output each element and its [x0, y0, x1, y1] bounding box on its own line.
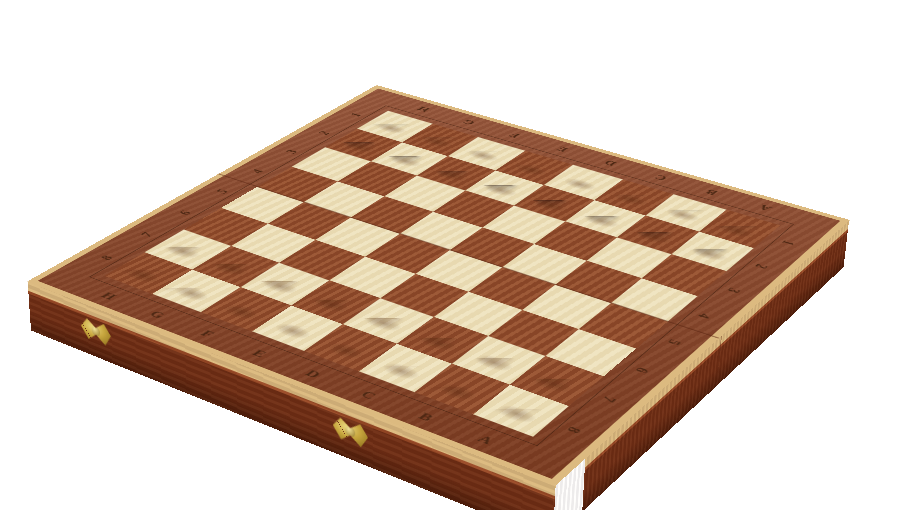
piece-shadow: [306, 293, 356, 316]
black-bishop-icon: ♝: [598, 134, 658, 201]
rank-label-right-8: 8: [557, 419, 593, 442]
piece-shadow: [167, 282, 216, 304]
rank-label-left-5: 5: [206, 184, 237, 199]
black-bishop-icon: ♝: [451, 93, 508, 157]
piece-shadow: [159, 242, 207, 263]
rank-label-left-4: 4: [242, 164, 273, 178]
rank-label-right-6: 6: [626, 360, 660, 381]
piece-shadow: [489, 400, 544, 427]
rank-label-right-7: 7: [592, 389, 627, 411]
square-h5[interactable]: [221, 187, 303, 224]
black-knight-icon: ♞: [651, 150, 710, 216]
rank-label-right-3: 3: [719, 282, 750, 300]
file-label-near-h: H: [79, 283, 139, 309]
file-label-near-g: G: [126, 302, 188, 328]
piece-shadow: [431, 379, 485, 405]
rank-label-left-2: 2: [310, 126, 339, 139]
black-rook-icon: ♜: [363, 73, 414, 130]
rank-label-right-4: 4: [689, 307, 721, 326]
piece-shadow: [374, 358, 427, 383]
square-a1[interactable]: ♜: [699, 210, 780, 248]
black-knight-icon: ♞: [406, 82, 461, 143]
board-surface: ♜♞♝♛♚♝♞♜♟♟♟♟♟♟♟♟♟♟♟♟♟♟♟♟♜♞♝♛♚♝♞♜ HHGGFFE…: [27, 85, 850, 486]
square-c7[interactable]: ♟: [397, 317, 488, 364]
rank-label-left-3: 3: [277, 145, 307, 159]
black-rook-icon: ♜: [706, 170, 762, 233]
rank-label-right-2: 2: [747, 258, 777, 275]
rank-label-right-5: 5: [658, 333, 691, 353]
chess-photo-scene: ♜♞♝♛♚♝♞♜♟♟♟♟♟♟♟♟♟♟♟♟♟♟♟♟♜♞♝♛♚♝♞♜ HHGGFFE…: [0, 0, 900, 510]
rank-label-left-6: 6: [169, 205, 201, 221]
rank-label-left-7: 7: [130, 226, 163, 242]
piece-shadow: [216, 300, 266, 323]
piece-shadow: [119, 265, 168, 287]
chess-board: ♜♞♝♛♚♝♞♜♟♟♟♟♟♟♟♟♟♟♟♟♟♟♟♟♜♞♝♛♚♝♞♜ HHGGFFE…: [27, 85, 850, 486]
piece-shadow: [659, 205, 706, 224]
rank-label-right-1: 1: [774, 235, 803, 252]
rank-label-left-8: 8: [90, 249, 124, 266]
piece-shadow: [267, 319, 318, 343]
piece-shadow: [320, 338, 372, 363]
rank-label-left-1: 1: [342, 108, 370, 121]
piece-shadow: [631, 227, 679, 247]
